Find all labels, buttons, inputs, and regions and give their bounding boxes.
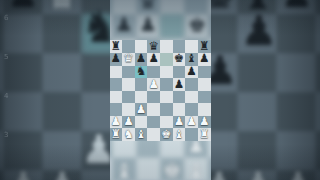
- black-pawn[interactable]: ♟: [186, 66, 196, 78]
- white-pawn[interactable]: ♟: [186, 116, 196, 128]
- black-pawn[interactable]: ♟: [174, 78, 184, 90]
- square-e5[interactable]: [160, 78, 173, 91]
- black-pawn[interactable]: ♟: [148, 53, 158, 65]
- white-pawn[interactable]: ♟: [148, 78, 158, 90]
- square-c6[interactable]: ♞: [135, 66, 148, 79]
- black-king[interactable]: ♚: [174, 53, 184, 65]
- square-d4[interactable]: [147, 91, 160, 104]
- square-e8[interactable]: [160, 40, 173, 53]
- square-e4[interactable]: [160, 91, 173, 104]
- square-h7[interactable]: ♟: [198, 53, 211, 66]
- square-h5[interactable]: [198, 78, 211, 91]
- square-e7[interactable]: [160, 53, 173, 66]
- square-g6[interactable]: ♟: [185, 66, 198, 79]
- square-e3[interactable]: [160, 103, 173, 116]
- chess-board: ♜♛♜♟♛♟♟♚♝♟♞♟♟♟♟♟♟♟♟♟♜♞♝♚♝♜: [110, 40, 211, 141]
- square-f7[interactable]: ♚: [173, 53, 186, 66]
- square-h1[interactable]: ♜: [198, 128, 211, 141]
- square-c3[interactable]: ♟: [135, 103, 148, 116]
- square-f4[interactable]: [173, 91, 186, 104]
- square-e6[interactable]: [160, 66, 173, 79]
- square-a1[interactable]: ♜: [110, 128, 123, 141]
- square-d5[interactable]: ♟: [147, 78, 160, 91]
- square-g2[interactable]: ♟: [185, 116, 198, 129]
- square-h6[interactable]: [198, 66, 211, 79]
- square-d7[interactable]: ♟: [147, 53, 160, 66]
- black-pawn[interactable]: ♟: [111, 53, 121, 65]
- square-b1[interactable]: ♞: [122, 128, 135, 141]
- square-d1[interactable]: [147, 128, 160, 141]
- square-a5[interactable]: [110, 78, 123, 91]
- square-b5[interactable]: [122, 78, 135, 91]
- square-c1[interactable]: ♝: [135, 128, 148, 141]
- black-pawn[interactable]: ♟: [199, 53, 209, 65]
- white-bishop[interactable]: ♝: [174, 128, 184, 140]
- white-queen[interactable]: ♛: [123, 53, 133, 65]
- square-d2[interactable]: [147, 116, 160, 129]
- square-h4[interactable]: [198, 91, 211, 104]
- square-f5[interactable]: ♟: [173, 78, 186, 91]
- square-a4[interactable]: [110, 91, 123, 104]
- square-g4[interactable]: [185, 91, 198, 104]
- square-d3[interactable]: [147, 103, 160, 116]
- white-knight[interactable]: ♞: [123, 128, 133, 140]
- chess-video-frame: ♟♛♞♟♟♟♚♝♟♟♟♟♟♟ 6543 ♛♟♟♚♟♟♞♝♚♝ ♜♛♜♟♛♟♟♚♝…: [0, 0, 320, 180]
- square-e1[interactable]: ♚: [160, 128, 173, 141]
- square-a7[interactable]: ♟: [110, 53, 123, 66]
- white-rook[interactable]: ♜: [111, 128, 121, 140]
- white-rook[interactable]: ♜: [199, 128, 209, 140]
- square-b6[interactable]: [122, 66, 135, 79]
- square-c5[interactable]: [135, 78, 148, 91]
- square-b4[interactable]: [122, 91, 135, 104]
- black-knight[interactable]: ♞: [136, 66, 146, 78]
- white-king[interactable]: ♚: [161, 128, 171, 140]
- white-bishop[interactable]: ♝: [136, 128, 146, 140]
- square-b7[interactable]: ♛: [122, 53, 135, 66]
- square-f1[interactable]: ♝: [173, 128, 186, 141]
- square-g5[interactable]: [185, 78, 198, 91]
- square-g1[interactable]: [185, 128, 198, 141]
- square-a6[interactable]: [110, 66, 123, 79]
- video-strip: ♛♟♟♚♟♟♞♝♚♝ ♜♛♜♟♛♟♟♚♝♟♞♟♟♟♟♟♟♟♟♟♜♞♝♚♝♜: [110, 0, 211, 180]
- white-pawn[interactable]: ♟: [136, 103, 146, 115]
